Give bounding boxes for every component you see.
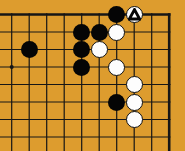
black-stone[interactable] xyxy=(91,24,108,41)
white-stone[interactable] xyxy=(126,6,143,23)
stones-grid xyxy=(3,6,178,146)
black-stone[interactable] xyxy=(21,41,38,58)
white-stone[interactable] xyxy=(108,59,125,76)
white-stone[interactable] xyxy=(91,41,108,58)
white-stone[interactable] xyxy=(108,24,125,41)
black-stone[interactable] xyxy=(73,41,90,58)
white-stone[interactable] xyxy=(126,76,143,93)
black-stone[interactable] xyxy=(108,6,125,23)
triangle-marker-icon xyxy=(128,8,141,21)
go-board xyxy=(0,0,185,151)
black-stone[interactable] xyxy=(73,59,90,76)
white-stone[interactable] xyxy=(126,94,143,111)
black-stone[interactable] xyxy=(108,94,125,111)
black-stone[interactable] xyxy=(73,24,90,41)
white-stone[interactable] xyxy=(126,111,143,128)
